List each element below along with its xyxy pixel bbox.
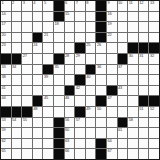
crossword-cell[interactable]: [65, 65, 75, 75]
clue-number: 3: [23, 1, 25, 5]
crossword-cell[interactable]: 42: [75, 86, 85, 96]
crossword-cell-black: [96, 22, 106, 32]
crossword-cell[interactable]: [139, 128, 149, 138]
crossword-cell[interactable]: [22, 139, 32, 149]
crossword-cell[interactable]: [86, 139, 96, 149]
clue-number: 26: [97, 43, 101, 47]
crossword-cell[interactable]: 19: [107, 22, 117, 32]
crossword-cell[interactable]: 10: [118, 1, 128, 11]
crossword-cell-black: [54, 118, 64, 128]
crossword-cell[interactable]: [128, 22, 138, 32]
crossword-cell[interactable]: 56: [65, 118, 75, 128]
crossword-cell[interactable]: 9: [107, 1, 117, 11]
clue-number: 30: [129, 54, 133, 58]
crossword-cell[interactable]: [33, 86, 43, 96]
crossword-cell[interactable]: [149, 22, 159, 32]
crossword-cell[interactable]: [75, 65, 85, 75]
clue-number: 8: [86, 1, 88, 5]
crossword-cell[interactable]: [128, 107, 138, 117]
crossword-cell-black: [54, 54, 64, 64]
crossword-cell[interactable]: 39: [43, 75, 53, 85]
crossword-cell[interactable]: [75, 22, 85, 32]
crossword-cell[interactable]: 22: [107, 33, 117, 43]
crossword-cell[interactable]: 2: [12, 1, 22, 11]
crossword-cell[interactable]: 59: [1, 128, 11, 138]
clue-number: 44: [2, 96, 6, 100]
crossword-cell[interactable]: [128, 149, 138, 159]
crossword-cell[interactable]: 67: [107, 149, 117, 159]
crossword-cell[interactable]: [118, 75, 128, 85]
crossword-cell[interactable]: [149, 149, 159, 159]
crossword-cell[interactable]: 60: [65, 128, 75, 138]
crossword-cell[interactable]: 4: [33, 1, 43, 11]
clue-number: 16: [108, 12, 112, 16]
crossword-cell[interactable]: [65, 22, 75, 32]
crossword-cell[interactable]: 47: [107, 96, 117, 106]
crossword-cell[interactable]: [54, 86, 64, 96]
clue-number: 47: [108, 96, 112, 100]
clue-number: 5: [44, 1, 46, 5]
crossword-cell-black: [118, 54, 128, 64]
clue-number: 14: [2, 12, 6, 16]
clue-number: 24: [33, 43, 37, 47]
crossword-cell[interactable]: [118, 139, 128, 149]
clue-number: 6: [65, 1, 67, 5]
crossword-cell[interactable]: [139, 12, 149, 22]
crossword-cell[interactable]: [12, 149, 22, 159]
crossword-cell[interactable]: 3: [22, 1, 32, 11]
clue-number: 55: [23, 118, 27, 122]
crossword-cell[interactable]: 23: [1, 43, 11, 53]
crossword-cell[interactable]: [33, 139, 43, 149]
crossword-cell[interactable]: [139, 86, 149, 96]
crossword-cell-black: [65, 86, 75, 96]
crossword-cell[interactable]: [75, 12, 85, 22]
crossword-cell[interactable]: 16: [107, 12, 117, 22]
crossword-cell-black: [1, 54, 11, 64]
crossword-cell[interactable]: 13: [149, 1, 159, 11]
crossword-cell-black: [75, 43, 85, 53]
crossword-cell[interactable]: 62: [1, 139, 11, 149]
crossword-cell[interactable]: [128, 139, 138, 149]
clue-number: 27: [23, 54, 27, 58]
crossword-cell[interactable]: [149, 75, 159, 85]
crossword-cell[interactable]: [149, 65, 159, 75]
crossword-cell[interactable]: 52: [149, 107, 159, 117]
crossword-cell[interactable]: [75, 128, 85, 138]
crossword-cell-black: [22, 107, 32, 117]
crossword-cell[interactable]: [118, 96, 128, 106]
clue-number: 64: [108, 139, 112, 143]
crossword-cell-black: [43, 65, 53, 75]
crossword-cell[interactable]: 65: [1, 149, 11, 159]
crossword-cell[interactable]: 36: [96, 65, 106, 75]
crossword-cell[interactable]: [54, 107, 64, 117]
clue-number: 42: [76, 86, 80, 90]
crossword-cell[interactable]: [128, 65, 138, 75]
crossword-cell[interactable]: [75, 139, 85, 149]
crossword-cell[interactable]: 40: [86, 75, 96, 85]
crossword-cell[interactable]: [33, 65, 43, 75]
crossword-cell[interactable]: [139, 118, 149, 128]
crossword-cell[interactable]: [12, 43, 22, 53]
crossword-cell[interactable]: [12, 139, 22, 149]
crossword-cell[interactable]: [65, 33, 75, 43]
crossword-cell[interactable]: [107, 128, 117, 138]
crossword-cell[interactable]: [96, 86, 106, 96]
clue-number: 65: [2, 149, 6, 153]
crossword-cell[interactable]: 27: [22, 54, 32, 64]
crossword-cell[interactable]: [22, 96, 32, 106]
crossword-cell[interactable]: [107, 43, 117, 53]
clue-number: 46: [65, 96, 69, 100]
crossword-cell-black: [139, 96, 149, 106]
crossword-cell[interactable]: [107, 118, 117, 128]
clue-number: 50: [97, 107, 101, 111]
clue-number: 4: [33, 1, 35, 5]
crossword-cell-black: [149, 96, 159, 106]
crossword-cell[interactable]: [22, 65, 32, 75]
crossword-cell[interactable]: [12, 22, 22, 32]
crossword-cell[interactable]: [128, 86, 138, 96]
crossword-cell[interactable]: [22, 128, 32, 138]
crossword-cell[interactable]: 32: [149, 54, 159, 64]
crossword-cell[interactable]: [43, 139, 53, 149]
crossword-cell[interactable]: [128, 128, 138, 138]
crossword-cell[interactable]: [33, 75, 43, 85]
crossword-cell[interactable]: [86, 12, 96, 22]
crossword-cell[interactable]: 64: [107, 139, 117, 149]
crossword-cell-black: [149, 43, 159, 53]
crossword-cell[interactable]: 48: [33, 107, 43, 117]
clue-number: 66: [65, 149, 69, 153]
crossword-cell[interactable]: [149, 33, 159, 43]
crossword-cell[interactable]: [12, 86, 22, 96]
crossword-cell[interactable]: [75, 33, 85, 43]
crossword-cell-black: [54, 149, 64, 159]
crossword-cell[interactable]: [118, 43, 128, 53]
crossword-cell[interactable]: [54, 33, 64, 43]
crossword-cell[interactable]: [54, 43, 64, 53]
crossword-cell[interactable]: [33, 149, 43, 159]
crossword-cell[interactable]: [86, 33, 96, 43]
crossword-cell[interactable]: 14: [1, 12, 11, 22]
crossword-cell[interactable]: 49: [86, 107, 96, 117]
clue-number: 41: [2, 86, 6, 90]
crossword-cell[interactable]: 29: [75, 54, 85, 64]
clue-number: 52: [150, 107, 154, 111]
clue-number: 60: [65, 128, 69, 132]
clue-number: 10: [118, 1, 122, 5]
clue-number: 36: [97, 65, 101, 69]
clue-number: 7: [76, 1, 78, 5]
crossword-cell[interactable]: 28: [65, 54, 75, 64]
crossword-cell-black: [96, 12, 106, 22]
clue-number: 40: [86, 75, 90, 79]
clue-number: 1: [2, 1, 4, 5]
crossword-cell[interactable]: [22, 43, 32, 53]
clue-number: 51: [139, 107, 143, 111]
crossword-cell[interactable]: 5: [43, 1, 53, 11]
clue-number: 38: [2, 75, 6, 79]
crossword-cell-black: [54, 128, 64, 138]
clue-number: 11: [129, 1, 133, 5]
crossword-cell[interactable]: [65, 107, 75, 117]
crossword-cell[interactable]: 46: [65, 96, 75, 106]
crossword-cell[interactable]: 6: [65, 1, 75, 11]
clue-number: 58: [129, 118, 133, 122]
crossword-cell[interactable]: [33, 22, 43, 32]
crossword-cell-black: [86, 65, 96, 75]
crossword-cell[interactable]: [107, 75, 117, 85]
clue-number: 63: [65, 139, 69, 143]
crossword-cell[interactable]: [107, 107, 117, 117]
crossword-cell-black: [12, 107, 22, 117]
crossword-cell-black: [96, 1, 106, 11]
clue-number: 49: [86, 107, 90, 111]
crossword-cell[interactable]: [107, 65, 117, 75]
crossword-cell[interactable]: [118, 12, 128, 22]
crossword-cell[interactable]: [33, 12, 43, 22]
crossword-cell[interactable]: [54, 96, 64, 106]
crossword-cell-black: [128, 43, 138, 53]
crossword-cell[interactable]: [86, 149, 96, 159]
crossword-cell[interactable]: 21: [43, 33, 53, 43]
clue-number: 18: [55, 22, 59, 26]
crossword-cell-black: [118, 118, 128, 128]
clue-number: 37: [118, 65, 122, 69]
crossword-cell[interactable]: [22, 33, 32, 43]
crossword-cell[interactable]: 55: [22, 118, 32, 128]
crossword-cell[interactable]: 17: [1, 22, 11, 32]
crossword-cell[interactable]: [43, 149, 53, 159]
crossword-cell-black: [107, 86, 117, 96]
crossword-cell-black: [33, 96, 43, 106]
crossword-cell[interactable]: 54: [12, 118, 22, 128]
crossword-cell[interactable]: 53: [1, 118, 11, 128]
crossword-cell[interactable]: [43, 54, 53, 64]
crossword-cell[interactable]: [22, 149, 32, 159]
crossword-cell[interactable]: 38: [1, 75, 11, 85]
crossword-cell[interactable]: 15: [65, 12, 75, 22]
clue-number: 62: [2, 139, 6, 143]
crossword-cell[interactable]: 51: [139, 107, 149, 117]
clue-number: 35: [55, 65, 59, 69]
crossword-cell[interactable]: [96, 128, 106, 138]
clue-number: 57: [76, 118, 80, 122]
crossword-cell[interactable]: 26: [96, 43, 106, 53]
clue-number: 9: [108, 1, 110, 5]
crossword-cell[interactable]: [12, 12, 22, 22]
crossword-cell[interactable]: [118, 107, 128, 117]
clue-number: 53: [2, 118, 6, 122]
crossword-cell[interactable]: [86, 86, 96, 96]
crossword-cell[interactable]: 35: [54, 65, 64, 75]
crossword-cell[interactable]: [118, 149, 128, 159]
crossword-cell[interactable]: [118, 33, 128, 43]
clue-number: 20: [2, 33, 6, 37]
crossword-cell[interactable]: [33, 54, 43, 64]
crossword-cell[interactable]: [22, 75, 32, 85]
crossword-cell-black: [96, 149, 106, 159]
clue-number: 67: [108, 149, 112, 153]
crossword-cell[interactable]: [54, 75, 64, 85]
clue-number: 21: [44, 33, 48, 37]
crossword-cell[interactable]: 43: [118, 86, 128, 96]
crossword-cell[interactable]: [118, 22, 128, 32]
crossword-cell[interactable]: 63: [65, 139, 75, 149]
crossword-cell[interactable]: 30: [128, 54, 138, 64]
crossword-cell[interactable]: [22, 22, 32, 32]
crossword-cell[interactable]: [22, 12, 32, 22]
clue-number: 15: [65, 12, 69, 16]
crossword-cell[interactable]: 25: [86, 43, 96, 53]
crossword-cell[interactable]: 66: [65, 149, 75, 159]
crossword-cell[interactable]: [96, 54, 106, 64]
crossword-cell[interactable]: [149, 128, 159, 138]
crossword-cell[interactable]: [86, 118, 96, 128]
crossword-cell[interactable]: [86, 128, 96, 138]
crossword-cell[interactable]: [139, 139, 149, 149]
clue-number: 45: [44, 96, 48, 100]
clue-number: 39: [44, 75, 48, 79]
crossword-cell[interactable]: [43, 86, 53, 96]
crossword-cell[interactable]: [139, 149, 149, 159]
crossword-cell[interactable]: [128, 33, 138, 43]
crossword-cell[interactable]: [12, 128, 22, 138]
crossword-cell[interactable]: [12, 33, 22, 43]
crossword-cell[interactable]: [12, 96, 22, 106]
clue-number: 23: [2, 43, 6, 47]
clue-number: 59: [2, 128, 6, 132]
crossword-cell[interactable]: [43, 22, 53, 32]
crossword-cell[interactable]: [33, 118, 43, 128]
crossword-cell-black: [75, 107, 85, 117]
crossword-cell[interactable]: [96, 75, 106, 85]
clue-number: 33: [2, 65, 6, 69]
crossword-cell-black: [54, 1, 64, 11]
clue-number: 12: [139, 1, 143, 5]
crossword-cell-black: [139, 43, 149, 53]
crossword-cell[interactable]: [43, 43, 53, 53]
clue-number: 54: [12, 118, 16, 122]
crossword-cell-black: [12, 54, 22, 64]
clue-number: 22: [108, 33, 112, 37]
crossword-cell[interactable]: 31: [139, 54, 149, 64]
crossword-cell-black: [75, 75, 85, 85]
crossword-cell[interactable]: [149, 86, 159, 96]
crossword-cell[interactable]: [12, 75, 22, 85]
crossword-cell[interactable]: [75, 149, 85, 159]
crossword-cell[interactable]: [139, 65, 149, 75]
clue-number: 34: [12, 65, 16, 69]
crossword-cell[interactable]: [128, 75, 138, 85]
crossword-cell[interactable]: [65, 43, 75, 53]
crossword-cell[interactable]: 20: [1, 33, 11, 43]
crossword-cell[interactable]: 44: [1, 96, 11, 106]
crossword-cell[interactable]: [86, 96, 96, 106]
crossword-cell[interactable]: [139, 33, 149, 43]
crossword-cell[interactable]: [96, 118, 106, 128]
clue-number: 17: [2, 22, 6, 26]
crossword-cell[interactable]: [65, 75, 75, 85]
clue-number: 19: [108, 22, 112, 26]
crossword-cell[interactable]: 58: [128, 118, 138, 128]
crossword-cell[interactable]: 41: [1, 86, 11, 96]
crossword-cell[interactable]: 8: [86, 1, 96, 11]
crossword-cell[interactable]: 18: [54, 22, 64, 32]
crossword-cell[interactable]: [86, 54, 96, 64]
crossword-cell-black: [54, 139, 64, 149]
clue-number: 25: [86, 43, 90, 47]
clue-number: 32: [150, 54, 154, 58]
crossword-cell[interactable]: [139, 75, 149, 85]
crossword-cell[interactable]: [139, 22, 149, 32]
crossword-cell[interactable]: [33, 128, 43, 138]
crossword-cell[interactable]: [75, 96, 85, 106]
crossword-cell[interactable]: 37: [118, 65, 128, 75]
crossword-cell[interactable]: [43, 107, 53, 117]
clue-number: 48: [33, 107, 37, 111]
crossword-cell[interactable]: 61: [118, 128, 128, 138]
crossword-cell-black: [96, 139, 106, 149]
crossword-cell[interactable]: 33: [1, 65, 11, 75]
crossword-cell[interactable]: 1: [1, 1, 11, 11]
clue-number: 43: [118, 86, 122, 90]
crossword-cell[interactable]: [128, 12, 138, 22]
crossword-cell[interactable]: [149, 118, 159, 128]
crossword-cell[interactable]: [43, 118, 53, 128]
crossword-cell-black: [1, 107, 11, 117]
clue-number: 61: [118, 128, 122, 132]
clue-number: 2: [12, 1, 14, 5]
crossword-grid: 1234567891011121314151617181920212223242…: [0, 0, 160, 160]
crossword-cell[interactable]: 12: [139, 1, 149, 11]
crossword-cell[interactable]: [22, 86, 32, 96]
clue-number: 13: [150, 1, 154, 5]
clue-number: 29: [76, 54, 80, 58]
crossword-cell[interactable]: [43, 128, 53, 138]
crossword-cell[interactable]: 57: [75, 118, 85, 128]
crossword-cell[interactable]: [149, 12, 159, 22]
crossword-cell[interactable]: 34: [12, 65, 22, 75]
crossword-cell[interactable]: 24: [33, 43, 43, 53]
crossword-cell[interactable]: 7: [75, 1, 85, 11]
crossword-cell[interactable]: 11: [128, 1, 138, 11]
crossword-cell[interactable]: [107, 54, 117, 64]
crossword-cell[interactable]: [128, 96, 138, 106]
crossword-cell[interactable]: [149, 139, 159, 149]
crossword-cell[interactable]: 45: [43, 96, 53, 106]
crossword-cell[interactable]: [86, 22, 96, 32]
crossword-cell[interactable]: [43, 12, 53, 22]
clue-number: 31: [139, 54, 143, 58]
crossword-cell-black: [96, 96, 106, 106]
clue-number: 28: [65, 54, 69, 58]
clue-number: 56: [65, 118, 69, 122]
crossword-cell-black: [96, 33, 106, 43]
crossword-cell[interactable]: 50: [96, 107, 106, 117]
crossword-cell-black: [33, 33, 43, 43]
crossword-cell-black: [54, 12, 64, 22]
